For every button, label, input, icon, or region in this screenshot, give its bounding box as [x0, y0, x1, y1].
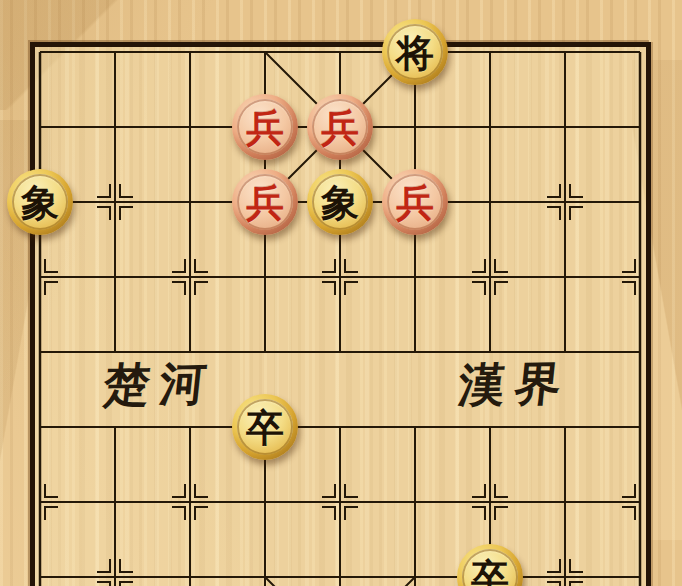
xiangqi-board-screen: 楚河 漢界 将兵兵兵象兵象卒卒 — [0, 0, 682, 586]
piece-face: 兵 — [312, 99, 368, 155]
piece-glyph: 卒 — [246, 408, 284, 447]
piece-red-兵[interactable]: 兵 — [232, 94, 298, 160]
piece-face: 兵 — [387, 174, 443, 230]
piece-face: 兵 — [237, 174, 293, 230]
piece-face: 象 — [312, 174, 368, 230]
piece-glyph: 象 — [21, 183, 59, 222]
piece-glyph: 卒 — [471, 558, 509, 586]
piece-glyph: 兵 — [321, 108, 359, 147]
piece-red-兵[interactable]: 兵 — [307, 94, 373, 160]
piece-black-象[interactable]: 象 — [7, 169, 73, 235]
piece-face: 将 — [387, 24, 443, 80]
piece-black-卒[interactable]: 卒 — [457, 544, 523, 586]
piece-glyph: 兵 — [246, 108, 284, 147]
piece-black-将[interactable]: 将 — [382, 19, 448, 85]
piece-black-卒[interactable]: 卒 — [232, 394, 298, 460]
piece-glyph: 象 — [321, 183, 359, 222]
piece-red-兵[interactable]: 兵 — [382, 169, 448, 235]
piece-face: 卒 — [462, 549, 518, 586]
piece-layer: 将兵兵兵象兵象卒卒 — [3, 15, 678, 586]
piece-face: 兵 — [237, 99, 293, 155]
piece-face: 象 — [12, 174, 68, 230]
piece-glyph: 兵 — [396, 183, 434, 222]
piece-glyph: 将 — [396, 33, 434, 72]
piece-glyph: 兵 — [246, 183, 284, 222]
piece-red-兵[interactable]: 兵 — [232, 169, 298, 235]
piece-face: 卒 — [237, 399, 293, 455]
piece-black-象[interactable]: 象 — [307, 169, 373, 235]
